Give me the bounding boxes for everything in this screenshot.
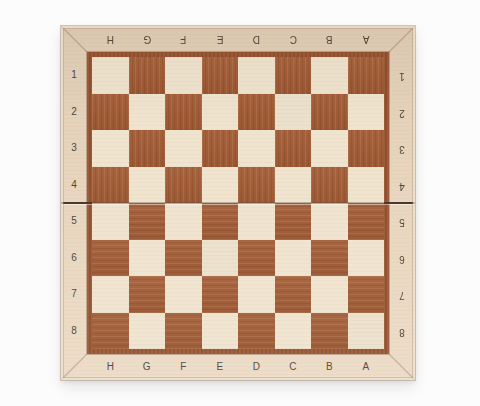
- file-label-top-a: A: [348, 26, 385, 52]
- square-c1: [275, 57, 312, 94]
- square-f3: [165, 130, 202, 167]
- square-a8: [348, 313, 385, 350]
- square-d5: [238, 203, 275, 240]
- rank-label-right-8: 8: [389, 313, 415, 350]
- square-d3: [238, 130, 275, 167]
- rank-label-right-1: 1: [389, 57, 415, 94]
- frame-miter-top-left: [61, 26, 87, 52]
- rank-label-left-8: 8: [61, 313, 87, 350]
- square-e5: [202, 203, 239, 240]
- rank-label-left-6: 6: [61, 240, 87, 277]
- square-d1: [238, 57, 275, 94]
- square-h2: [92, 94, 129, 131]
- square-a6: [348, 240, 385, 277]
- square-a3: [348, 130, 385, 167]
- square-g1: [129, 57, 166, 94]
- square-h4: [92, 167, 129, 204]
- square-e6: [202, 240, 239, 277]
- rank-label-left-2: 2: [61, 94, 87, 131]
- square-b2: [311, 94, 348, 131]
- file-label-top-h: H: [92, 26, 129, 52]
- file-label-bottom-a: A: [348, 354, 385, 380]
- rank-label-right-3: 3: [389, 130, 415, 167]
- file-label-top-c: C: [275, 26, 312, 52]
- file-label-bottom-e: E: [202, 354, 239, 380]
- frame-miter-top-right: [389, 26, 415, 52]
- square-h6: [92, 240, 129, 277]
- file-label-bottom-d: D: [238, 354, 275, 380]
- square-d4: [238, 167, 275, 204]
- file-label-top-f: F: [165, 26, 202, 52]
- square-f5: [165, 203, 202, 240]
- rank-label-right-4: 4: [389, 167, 415, 204]
- file-label-bottom-h: H: [92, 354, 129, 380]
- rank-label-left-4: 4: [61, 167, 87, 204]
- square-g8: [129, 313, 166, 350]
- square-e4: [202, 167, 239, 204]
- square-a5: [348, 203, 385, 240]
- square-g4: [129, 167, 166, 204]
- square-a2: [348, 94, 385, 131]
- square-b4: [311, 167, 348, 204]
- square-h7: [92, 276, 129, 313]
- file-label-top-d: D: [238, 26, 275, 52]
- rank-label-right-2: 2: [389, 94, 415, 131]
- square-e8: [202, 313, 239, 350]
- square-g2: [129, 94, 166, 131]
- file-label-bottom-c: C: [275, 354, 312, 380]
- square-b5: [311, 203, 348, 240]
- square-h3: [92, 130, 129, 167]
- chess-board: H G F E D C B A H G F E D C B A 1 2 3 4 …: [61, 26, 415, 380]
- square-g7: [129, 276, 166, 313]
- squares-grid: [92, 57, 384, 349]
- file-label-bottom-b: B: [311, 354, 348, 380]
- square-b7: [311, 276, 348, 313]
- square-g6: [129, 240, 166, 277]
- square-b1: [311, 57, 348, 94]
- square-f4: [165, 167, 202, 204]
- square-f8: [165, 313, 202, 350]
- file-labels-top: H G F E D C B A: [92, 26, 384, 52]
- file-label-bottom-f: F: [165, 354, 202, 380]
- square-c8: [275, 313, 312, 350]
- square-c3: [275, 130, 312, 167]
- square-c7: [275, 276, 312, 313]
- file-label-top-b: B: [311, 26, 348, 52]
- square-g5: [129, 203, 166, 240]
- file-labels-bottom: H G F E D C B A: [92, 354, 384, 380]
- rank-label-right-5: 5: [389, 203, 415, 240]
- square-d2: [238, 94, 275, 131]
- square-a7: [348, 276, 385, 313]
- rank-labels-right: 1 2 3 4 5 6 7 8: [389, 57, 415, 349]
- square-d7: [238, 276, 275, 313]
- rank-label-right-7: 7: [389, 276, 415, 313]
- file-label-bottom-g: G: [129, 354, 166, 380]
- square-e2: [202, 94, 239, 131]
- square-h5: [92, 203, 129, 240]
- square-c2: [275, 94, 312, 131]
- rank-label-left-1: 1: [61, 57, 87, 94]
- frame-miter-bottom-left: [61, 354, 87, 380]
- rank-labels-left: 1 2 3 4 5 6 7 8: [61, 57, 87, 349]
- file-label-top-g: G: [129, 26, 166, 52]
- frame-miter-bottom-right: [389, 354, 415, 380]
- rank-label-left-7: 7: [61, 276, 87, 313]
- square-e3: [202, 130, 239, 167]
- rank-label-left-3: 3: [61, 130, 87, 167]
- square-g3: [129, 130, 166, 167]
- square-f7: [165, 276, 202, 313]
- square-h1: [92, 57, 129, 94]
- file-label-top-e: E: [202, 26, 239, 52]
- square-f1: [165, 57, 202, 94]
- square-e1: [202, 57, 239, 94]
- rank-label-right-6: 6: [389, 240, 415, 277]
- square-a1: [348, 57, 385, 94]
- square-d6: [238, 240, 275, 277]
- square-b6: [311, 240, 348, 277]
- square-c6: [275, 240, 312, 277]
- square-f2: [165, 94, 202, 131]
- square-b8: [311, 313, 348, 350]
- square-b3: [311, 130, 348, 167]
- square-e7: [202, 276, 239, 313]
- rank-label-left-5: 5: [61, 203, 87, 240]
- square-h8: [92, 313, 129, 350]
- playing-area: [87, 52, 389, 354]
- square-a4: [348, 167, 385, 204]
- square-c5: [275, 203, 312, 240]
- square-f6: [165, 240, 202, 277]
- square-c4: [275, 167, 312, 204]
- square-d8: [238, 313, 275, 350]
